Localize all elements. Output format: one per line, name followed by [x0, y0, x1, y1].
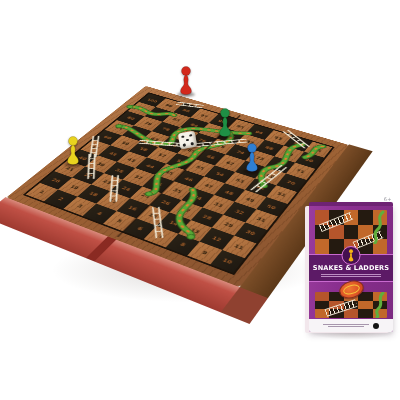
age-label: 6+: [384, 196, 392, 202]
box-fine-print: [309, 319, 393, 332]
pawn-green: [215, 108, 235, 138]
box-board-square: [315, 292, 329, 301]
fine-print-lines: [323, 322, 369, 329]
box-title-band: SNAKES & LADDERS: [309, 254, 393, 282]
box-tagline-fineprint: [321, 274, 381, 277]
fold-seam-notch: [86, 236, 116, 261]
box-board-square: [344, 309, 358, 318]
scene: 1009998979695949392918182838485868788899…: [0, 0, 400, 400]
box-pawn-icon: [342, 246, 361, 265]
product-box: 6+ SNAKES & LADDERS: [309, 205, 393, 332]
box-board-square: [315, 239, 329, 254]
box-board-square: [344, 225, 358, 240]
box-snake-art: [370, 292, 386, 318]
box-snake-art: [367, 210, 387, 244]
pawn-red: [176, 66, 196, 96]
box-title: SNAKES & LADDERS: [309, 264, 393, 272]
die: [178, 131, 198, 150]
pawn-yellow: [63, 136, 83, 166]
pawn-blue: [242, 143, 262, 173]
box-top-face: [309, 202, 393, 206]
brand-logo: [373, 323, 379, 329]
